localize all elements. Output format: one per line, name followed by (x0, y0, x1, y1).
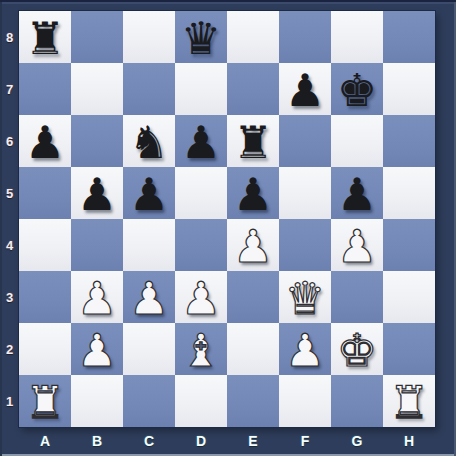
square-a3[interactable] (19, 271, 71, 323)
square-e2[interactable] (227, 323, 279, 375)
chess-board-frame: 87654321 ♜♛♟♚♟♞♟♜♟♟♟♟♟♟♟♟♟♛♟♝♟♚♜♜ ABCDEF… (0, 0, 456, 456)
black-king-g7[interactable]: ♚ (337, 68, 377, 113)
square-g3[interactable] (331, 271, 383, 323)
white-rook-h1[interactable]: ♜ (389, 380, 429, 425)
square-h8[interactable] (383, 11, 435, 63)
square-b6[interactable] (71, 115, 123, 167)
square-c2[interactable] (123, 323, 175, 375)
square-b8[interactable] (71, 11, 123, 63)
square-f3[interactable]: ♛ (279, 271, 331, 323)
square-f6[interactable] (279, 115, 331, 167)
square-f2[interactable]: ♟ (279, 323, 331, 375)
square-d7[interactable] (175, 63, 227, 115)
black-pawn-d6[interactable]: ♟ (181, 120, 221, 165)
chess-board[interactable]: ♜♛♟♚♟♞♟♜♟♟♟♟♟♟♟♟♟♛♟♝♟♚♜♜ (19, 11, 435, 427)
square-a1[interactable]: ♜ (19, 375, 71, 427)
file-labels: ABCDEFGH (19, 427, 435, 454)
square-c3[interactable]: ♟ (123, 271, 175, 323)
square-b2[interactable]: ♟ (71, 323, 123, 375)
square-b4[interactable] (71, 219, 123, 271)
square-h3[interactable] (383, 271, 435, 323)
rank-label-7: 7 (0, 63, 19, 115)
square-f5[interactable] (279, 167, 331, 219)
rank-label-2: 2 (0, 323, 19, 375)
square-b1[interactable] (71, 375, 123, 427)
square-a4[interactable] (19, 219, 71, 271)
rank-label-1: 1 (0, 375, 19, 427)
square-g4[interactable]: ♟ (331, 219, 383, 271)
square-f8[interactable] (279, 11, 331, 63)
square-e3[interactable] (227, 271, 279, 323)
square-f7[interactable]: ♟ (279, 63, 331, 115)
square-b3[interactable]: ♟ (71, 271, 123, 323)
square-d8[interactable]: ♛ (175, 11, 227, 63)
file-label-c: C (123, 427, 175, 454)
square-g8[interactable] (331, 11, 383, 63)
square-h7[interactable] (383, 63, 435, 115)
rank-label-5: 5 (0, 167, 19, 219)
square-e1[interactable] (227, 375, 279, 427)
rank-label-3: 3 (0, 271, 19, 323)
square-a8[interactable]: ♜ (19, 11, 71, 63)
square-c5[interactable]: ♟ (123, 167, 175, 219)
black-pawn-a6[interactable]: ♟ (25, 120, 65, 165)
square-d5[interactable] (175, 167, 227, 219)
square-h2[interactable] (383, 323, 435, 375)
square-g1[interactable] (331, 375, 383, 427)
black-pawn-g5[interactable]: ♟ (337, 172, 377, 217)
rank-label-4: 4 (0, 219, 19, 271)
square-g2[interactable]: ♚ (331, 323, 383, 375)
file-label-b: B (71, 427, 123, 454)
square-g6[interactable] (331, 115, 383, 167)
black-knight-c6[interactable]: ♞ (129, 120, 169, 165)
square-c1[interactable] (123, 375, 175, 427)
white-pawn-f2[interactable]: ♟ (285, 328, 325, 373)
white-pawn-d3[interactable]: ♟ (181, 276, 221, 321)
white-rook-a1[interactable]: ♜ (25, 380, 65, 425)
white-pawn-g4[interactable]: ♟ (337, 224, 377, 269)
file-label-g: G (331, 427, 383, 454)
rank-label-8: 8 (0, 11, 19, 63)
white-pawn-e4[interactable]: ♟ (233, 224, 273, 269)
square-d4[interactable] (175, 219, 227, 271)
square-e8[interactable] (227, 11, 279, 63)
square-f1[interactable] (279, 375, 331, 427)
square-h1[interactable]: ♜ (383, 375, 435, 427)
black-rook-a8[interactable]: ♜ (25, 16, 65, 61)
square-f4[interactable] (279, 219, 331, 271)
square-g7[interactable]: ♚ (331, 63, 383, 115)
rank-labels: 87654321 (0, 11, 19, 427)
square-d2[interactable]: ♝ (175, 323, 227, 375)
square-h4[interactable] (383, 219, 435, 271)
square-a6[interactable]: ♟ (19, 115, 71, 167)
square-h5[interactable] (383, 167, 435, 219)
file-label-e: E (227, 427, 279, 454)
white-pawn-b2[interactable]: ♟ (77, 328, 117, 373)
white-bishop-d2[interactable]: ♝ (181, 328, 221, 373)
white-pawn-b3[interactable]: ♟ (77, 276, 117, 321)
black-pawn-e5[interactable]: ♟ (233, 172, 273, 217)
square-c7[interactable] (123, 63, 175, 115)
rank-label-6: 6 (0, 115, 19, 167)
black-rook-e6[interactable]: ♜ (233, 120, 273, 165)
square-e7[interactable] (227, 63, 279, 115)
square-h6[interactable] (383, 115, 435, 167)
square-e5[interactable]: ♟ (227, 167, 279, 219)
file-label-a: A (19, 427, 71, 454)
square-a2[interactable] (19, 323, 71, 375)
square-d3[interactable]: ♟ (175, 271, 227, 323)
square-c6[interactable]: ♞ (123, 115, 175, 167)
square-b5[interactable]: ♟ (71, 167, 123, 219)
file-label-d: D (175, 427, 227, 454)
white-king-g2[interactable]: ♚ (337, 328, 377, 373)
square-e6[interactable]: ♜ (227, 115, 279, 167)
square-d6[interactable]: ♟ (175, 115, 227, 167)
square-d1[interactable] (175, 375, 227, 427)
black-pawn-f7[interactable]: ♟ (285, 68, 325, 113)
square-a7[interactable] (19, 63, 71, 115)
black-pawn-b5[interactable]: ♟ (77, 172, 117, 217)
square-a5[interactable] (19, 167, 71, 219)
square-e4[interactable]: ♟ (227, 219, 279, 271)
white-queen-f3[interactable]: ♛ (285, 276, 325, 321)
square-c4[interactable] (123, 219, 175, 271)
black-pawn-c5[interactable]: ♟ (129, 172, 169, 217)
white-pawn-c3[interactable]: ♟ (129, 276, 169, 321)
square-b7[interactable] (71, 63, 123, 115)
square-c8[interactable] (123, 11, 175, 63)
black-queen-d8[interactable]: ♛ (181, 16, 221, 61)
file-label-h: H (383, 427, 435, 454)
square-g5[interactable]: ♟ (331, 167, 383, 219)
file-label-f: F (279, 427, 331, 454)
